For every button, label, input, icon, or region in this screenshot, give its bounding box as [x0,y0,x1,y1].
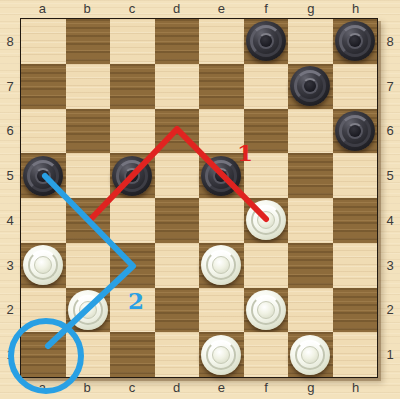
square-h1[interactable] [333,332,378,377]
rank-labels-right: 87654321 [380,19,400,377]
square-a1[interactable] [21,332,66,377]
file-labels-top: abcdefgh [20,0,378,18]
square-c7[interactable] [110,64,155,109]
move-number-2: 2 [128,289,144,312]
square-a6[interactable] [21,109,66,154]
square-g1[interactable] [288,332,333,377]
piece-black-man-a5[interactable] [23,156,63,196]
file-label-g: g [289,379,334,399]
square-d8[interactable] [155,19,200,64]
rank-label-6: 6 [380,109,400,154]
piece-white-man-f4[interactable] [246,200,286,240]
file-label-b: b [65,379,110,399]
file-labels-bottom: abcdefgh [20,379,378,399]
square-e2[interactable] [199,288,244,333]
rank-label-5: 5 [0,153,20,198]
square-e3[interactable] [199,243,244,288]
square-f2[interactable] [244,288,289,333]
square-h7[interactable] [333,64,378,109]
square-d4[interactable] [155,198,200,243]
square-d2[interactable] [155,288,200,333]
piece-white-man-b2[interactable] [68,290,108,330]
square-h2[interactable] [333,288,378,333]
square-d7[interactable] [155,64,200,109]
piece-white-man-e3[interactable] [201,245,241,285]
rank-label-2: 2 [0,288,20,333]
square-d1[interactable] [155,332,200,377]
file-label-f: f [244,0,289,18]
square-g6[interactable] [288,109,333,154]
piece-black-man-f8[interactable] [246,21,286,61]
file-label-h: h [333,379,378,399]
square-f4[interactable] [244,198,289,243]
square-b6[interactable] [66,109,111,154]
rank-labels-left: 87654321 [0,19,20,377]
square-e7[interactable] [199,64,244,109]
file-label-a: a [20,0,65,18]
rank-label-6: 6 [0,109,20,154]
square-b4[interactable] [66,198,111,243]
piece-black-man-h8[interactable] [335,21,375,61]
rank-label-3: 3 [0,243,20,288]
file-label-e: e [199,379,244,399]
rank-label-5: 5 [380,153,400,198]
piece-white-man-g1[interactable] [290,335,330,375]
rank-label-3: 3 [380,243,400,288]
square-h3[interactable] [333,243,378,288]
square-c4[interactable] [110,198,155,243]
square-a3[interactable] [21,243,66,288]
square-e8[interactable] [199,19,244,64]
file-label-b: b [65,0,110,18]
square-a8[interactable] [21,19,66,64]
square-c1[interactable] [110,332,155,377]
square-c3[interactable] [110,243,155,288]
square-f8[interactable] [244,19,289,64]
file-label-c: c [110,0,155,18]
square-c8[interactable] [110,19,155,64]
square-h8[interactable] [333,19,378,64]
file-label-d: d [154,379,199,399]
file-label-a: a [20,379,65,399]
square-d5[interactable] [155,153,200,198]
rank-label-7: 7 [380,64,400,109]
square-b8[interactable] [66,19,111,64]
piece-white-man-e1[interactable] [201,335,241,375]
square-f1[interactable] [244,332,289,377]
rank-label-8: 8 [380,19,400,64]
move-number-1: 1 [237,141,253,164]
square-g2[interactable] [288,288,333,333]
file-label-c: c [110,379,155,399]
file-label-h: h [333,0,378,18]
rank-label-4: 4 [380,198,400,243]
square-h4[interactable] [333,198,378,243]
square-a5[interactable] [21,153,66,198]
piece-black-man-e5[interactable] [201,156,241,196]
piece-black-man-h6[interactable] [335,111,375,151]
square-a2[interactable] [21,288,66,333]
square-a4[interactable] [21,198,66,243]
piece-white-man-f2[interactable] [246,290,286,330]
square-c5[interactable] [110,153,155,198]
square-b2[interactable] [66,288,111,333]
file-label-f: f [244,379,289,399]
piece-black-man-g7[interactable] [290,66,330,106]
piece-black-man-c5[interactable] [112,156,152,196]
square-b5[interactable] [66,153,111,198]
square-g3[interactable] [288,243,333,288]
square-b3[interactable] [66,243,111,288]
square-g5[interactable] [288,153,333,198]
board-grid [20,18,378,378]
rank-label-4: 4 [0,198,20,243]
square-a7[interactable] [21,64,66,109]
square-g7[interactable] [288,64,333,109]
square-d6[interactable] [155,109,200,154]
square-d3[interactable] [155,243,200,288]
square-g4[interactable] [288,198,333,243]
square-g8[interactable] [288,19,333,64]
square-f7[interactable] [244,64,289,109]
square-e1[interactable] [199,332,244,377]
piece-white-man-a3[interactable] [23,245,63,285]
rank-label-1: 1 [380,332,400,377]
rank-label-7: 7 [0,64,20,109]
rank-label-1: 1 [0,332,20,377]
file-label-g: g [289,0,334,18]
square-h6[interactable] [333,109,378,154]
square-h5[interactable] [333,153,378,198]
square-f3[interactable] [244,243,289,288]
square-c6[interactable] [110,109,155,154]
square-b7[interactable] [66,64,111,109]
file-label-d: d [154,0,199,18]
square-e4[interactable] [199,198,244,243]
file-label-e: e [199,0,244,18]
rank-label-8: 8 [0,19,20,64]
rank-label-2: 2 [380,288,400,333]
checkers-board-app: abcdefgh 87654321 87654321 abcdefgh 12 [0,0,400,399]
square-b1[interactable] [66,332,111,377]
